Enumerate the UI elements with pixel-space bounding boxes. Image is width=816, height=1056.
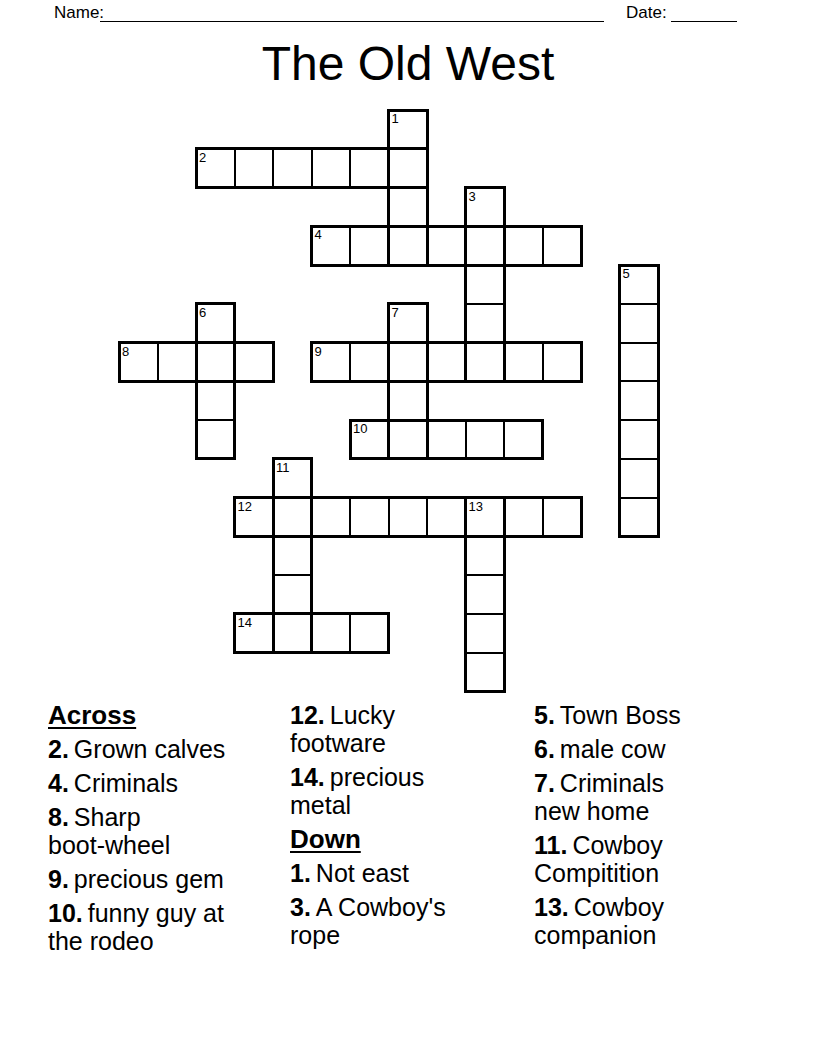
name-input-line[interactable] — [100, 3, 604, 22]
grid-cell[interactable] — [272, 535, 313, 576]
grid-cell[interactable] — [465, 535, 506, 576]
clue-number: 2. — [48, 735, 69, 763]
clue-number: 9. — [48, 865, 69, 893]
cell-number-4: 4 — [315, 228, 322, 241]
clue-number: 5. — [534, 701, 555, 729]
grid-cell[interactable] — [619, 303, 660, 344]
clue-item-8: 8.Sharpboot-wheel — [48, 803, 270, 859]
clue-number: 4. — [48, 769, 69, 797]
clue-number: 13. — [534, 893, 569, 921]
clue-list-header: Across — [48, 701, 270, 729]
clue-number: 6. — [534, 735, 555, 763]
cell-number-11: 11 — [276, 461, 290, 474]
grid-cell[interactable] — [349, 148, 390, 189]
grid-cell[interactable] — [465, 225, 506, 266]
grid-cell[interactable] — [542, 497, 583, 538]
clue-column-middle: 12.Luckyfootware14.preciousmetalDown1.No… — [290, 701, 478, 955]
crossword-grid: 1234567891011121314 — [118, 109, 698, 694]
clue-item-1: 1.Not east — [290, 859, 478, 887]
clue-number: 10. — [48, 899, 83, 927]
grid-cell[interactable] — [388, 497, 429, 538]
grid-cell[interactable] — [388, 187, 429, 228]
clue-column-left: Across2.Grown calves4.Criminals8.Sharpbo… — [48, 701, 270, 961]
grid-cell[interactable] — [157, 342, 198, 383]
grid-cell[interactable] — [195, 380, 236, 421]
clue-item-11: 11.CowboyCompitition — [534, 831, 730, 887]
grid-cell[interactable] — [426, 225, 467, 266]
grid-cell[interactable] — [465, 652, 506, 693]
name-label: Name: — [54, 3, 104, 23]
grid-cell[interactable] — [426, 497, 467, 538]
grid-cell[interactable] — [465, 303, 506, 344]
grid-cell[interactable] — [619, 458, 660, 499]
grid-cell[interactable] — [195, 342, 236, 383]
clue-number: 3. — [290, 893, 311, 921]
clue-item-5: 5.Town Boss — [534, 701, 730, 729]
grid-cell[interactable] — [349, 497, 390, 538]
cell-number-10: 10 — [353, 422, 367, 435]
clue-number: 12. — [290, 701, 325, 729]
grid-cell[interactable] — [349, 613, 390, 654]
cell-number-14: 14 — [238, 616, 252, 629]
clue-number: 11. — [534, 831, 567, 859]
cell-number-2: 2 — [199, 151, 206, 164]
clue-item-7: 7.Criminalsnew home — [534, 769, 730, 825]
grid-cell[interactable] — [542, 342, 583, 383]
grid-cell[interactable] — [465, 574, 506, 615]
clue-item-10: 10.funny guy atthe rodeo — [48, 899, 270, 955]
grid-cell[interactable] — [349, 225, 390, 266]
clue-item-6: 6.male cow — [534, 735, 730, 763]
grid-cell[interactable] — [619, 342, 660, 383]
clue-item-12: 12.Luckyfootware — [290, 701, 478, 757]
cell-number-6: 6 — [199, 306, 206, 319]
clue-item-3: 3.A Cowboy'srope — [290, 893, 478, 949]
grid-cell[interactable] — [619, 380, 660, 421]
cell-number-12: 12 — [238, 500, 252, 513]
cell-number-8: 8 — [122, 345, 129, 358]
grid-cell[interactable] — [234, 148, 275, 189]
grid-cell[interactable] — [388, 380, 429, 421]
grid-cell[interactable] — [311, 613, 352, 654]
grid-cell[interactable] — [619, 419, 660, 460]
grid-cell[interactable] — [503, 342, 544, 383]
grid-cell[interactable] — [272, 574, 313, 615]
clue-item-4: 4.Criminals — [48, 769, 270, 797]
grid-cell[interactable] — [465, 264, 506, 305]
grid-cell[interactable] — [272, 497, 313, 538]
grid-cell[interactable] — [388, 148, 429, 189]
grid-cell[interactable] — [388, 419, 429, 460]
grid-cell[interactable] — [426, 419, 467, 460]
grid-cell[interactable] — [503, 419, 544, 460]
date-input-line[interactable] — [671, 3, 737, 22]
cell-number-1: 1 — [392, 112, 399, 125]
clue-item-13: 13.Cowboycompanion — [534, 893, 730, 949]
puzzle-title: The Old West — [0, 36, 816, 91]
clue-item-14: 14.preciousmetal — [290, 763, 478, 819]
grid-cell[interactable] — [465, 342, 506, 383]
clue-column-right: 5.Town Boss6.male cow7.Criminalsnew home… — [534, 701, 730, 955]
grid-cell[interactable] — [542, 225, 583, 266]
grid-cell[interactable] — [503, 225, 544, 266]
crossword-worksheet: { "game": "crossword", "title": "The Old… — [0, 0, 816, 1056]
grid-cell[interactable] — [503, 497, 544, 538]
grid-cell[interactable] — [619, 497, 660, 538]
grid-cell[interactable] — [234, 342, 275, 383]
clue-number: 8. — [48, 803, 69, 831]
clue-item-2: 2.Grown calves — [48, 735, 270, 763]
grid-cell[interactable] — [426, 342, 467, 383]
grid-cell[interactable] — [388, 342, 429, 383]
cell-number-13: 13 — [469, 500, 483, 513]
clue-number: 1. — [290, 859, 311, 887]
grid-cell[interactable] — [272, 613, 313, 654]
grid-cell[interactable] — [311, 497, 352, 538]
clue-list-header: Down — [290, 825, 478, 853]
cell-number-7: 7 — [392, 306, 399, 319]
grid-cell[interactable] — [311, 148, 352, 189]
clue-item-9: 9.precious gem — [48, 865, 270, 893]
grid-cell[interactable] — [272, 148, 313, 189]
clue-number: 7. — [534, 769, 555, 797]
grid-cell[interactable] — [465, 419, 506, 460]
cell-number-9: 9 — [315, 345, 322, 358]
grid-cell[interactable] — [195, 419, 236, 460]
grid-cell[interactable] — [465, 613, 506, 654]
cell-number-5: 5 — [623, 267, 630, 280]
date-label: Date: — [626, 3, 667, 23]
cell-number-3: 3 — [469, 190, 476, 203]
grid-cell[interactable] — [349, 342, 390, 383]
clue-number: 14. — [290, 763, 325, 791]
grid-cell[interactable] — [388, 225, 429, 266]
